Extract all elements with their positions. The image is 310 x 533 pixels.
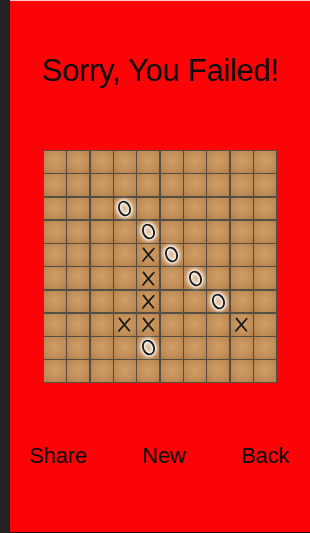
board-cell[interactable] (184, 291, 206, 313)
board-cell[interactable] (137, 174, 159, 196)
o-piece (185, 268, 206, 289)
board-cell[interactable] (137, 360, 159, 382)
board-cell[interactable] (161, 267, 183, 289)
board-cell[interactable] (161, 244, 183, 266)
board-cell[interactable] (231, 267, 253, 289)
board-cell[interactable] (254, 267, 276, 289)
o-piece (138, 221, 159, 242)
board-cell[interactable] (161, 314, 183, 336)
board-cell[interactable] (91, 221, 113, 243)
board-cell[interactable] (44, 174, 66, 196)
board-cell[interactable] (44, 198, 66, 220)
board-cell[interactable] (161, 360, 183, 382)
board-cell[interactable] (207, 151, 229, 173)
board-cell[interactable] (91, 198, 113, 220)
share-button[interactable]: Share (29, 443, 87, 469)
board-cell[interactable] (184, 151, 206, 173)
board-cell[interactable] (184, 174, 206, 196)
board-cell[interactable] (184, 244, 206, 266)
board-cell[interactable] (231, 337, 253, 359)
board-cell[interactable] (114, 198, 136, 220)
board-cell[interactable] (207, 244, 229, 266)
board-cell[interactable] (44, 360, 66, 382)
board-cell[interactable] (91, 174, 113, 196)
board-cell[interactable] (44, 267, 66, 289)
x-piece (138, 314, 159, 335)
new-button[interactable]: New (142, 443, 185, 469)
board-cell[interactable] (114, 291, 136, 313)
board-cell[interactable] (254, 360, 276, 382)
x-piece (231, 314, 252, 335)
board-cell[interactable] (114, 360, 136, 382)
board-cell[interactable] (114, 244, 136, 266)
board-cell[interactable] (184, 198, 206, 220)
o-piece (114, 198, 135, 219)
board-cell[interactable] (67, 198, 89, 220)
board-cell[interactable] (184, 267, 206, 289)
board-cell[interactable] (254, 198, 276, 220)
board-cell[interactable] (231, 314, 253, 336)
board-cell[interactable] (91, 337, 113, 359)
board-cell[interactable] (161, 221, 183, 243)
x-piece (138, 244, 159, 265)
app-screen: Sorry, You Failed! Share New Back (10, 0, 310, 533)
board-cell[interactable] (137, 291, 159, 313)
board-cell[interactable] (137, 314, 159, 336)
board-cell[interactable] (207, 221, 229, 243)
board-cell[interactable] (207, 337, 229, 359)
board-cell[interactable] (137, 151, 159, 173)
board-cell[interactable] (207, 267, 229, 289)
board-cell[interactable] (137, 244, 159, 266)
board-cell[interactable] (67, 151, 89, 173)
result-title: Sorry, You Failed! (10, 53, 310, 89)
board-cell[interactable] (161, 174, 183, 196)
board-cell[interactable] (44, 244, 66, 266)
board-cell[interactable] (254, 244, 276, 266)
board-cell[interactable] (137, 198, 159, 220)
board-cell[interactable] (161, 291, 183, 313)
board-cell[interactable] (67, 360, 89, 382)
board-cell[interactable] (231, 360, 253, 382)
x-piece (138, 291, 159, 312)
board-cell[interactable] (207, 291, 229, 313)
board-cell[interactable] (231, 198, 253, 220)
board-cell[interactable] (67, 314, 89, 336)
board-cell[interactable] (207, 360, 229, 382)
board-cell[interactable] (91, 360, 113, 382)
board-cell[interactable] (44, 151, 66, 173)
o-piece (208, 291, 229, 312)
board-cell[interactable] (184, 337, 206, 359)
board-cell[interactable] (207, 314, 229, 336)
board-cell[interactable] (67, 291, 89, 313)
board-cell[interactable] (67, 221, 89, 243)
x-piece (138, 268, 159, 289)
board-cell[interactable] (231, 151, 253, 173)
board-cell[interactable] (91, 291, 113, 313)
back-button[interactable]: Back (241, 443, 289, 469)
board-cell[interactable] (161, 337, 183, 359)
board-cell[interactable] (67, 174, 89, 196)
board-cell[interactable] (91, 267, 113, 289)
board-cell[interactable] (254, 291, 276, 313)
board-cell[interactable] (231, 221, 253, 243)
board-cell[interactable] (207, 198, 229, 220)
board-cell[interactable] (161, 151, 183, 173)
board-cell[interactable] (137, 221, 159, 243)
board-cell[interactable] (114, 151, 136, 173)
board-cell[interactable] (67, 337, 89, 359)
board-cell[interactable] (231, 291, 253, 313)
board-cell[interactable] (254, 174, 276, 196)
board (43, 150, 277, 383)
board-cell[interactable] (91, 151, 113, 173)
board-cell[interactable] (91, 244, 113, 266)
board-cell[interactable] (137, 267, 159, 289)
o-piece (138, 337, 159, 358)
board-cell[interactable] (184, 360, 206, 382)
board-cell[interactable] (161, 198, 183, 220)
board-cell[interactable] (184, 314, 206, 336)
board-cell[interactable] (44, 221, 66, 243)
board-cell[interactable] (67, 244, 89, 266)
board-cell[interactable] (44, 291, 66, 313)
board-cell[interactable] (114, 174, 136, 196)
board-cell[interactable] (114, 337, 136, 359)
board-cell[interactable] (114, 267, 136, 289)
board-cell[interactable] (231, 244, 253, 266)
board-cell[interactable] (67, 267, 89, 289)
board-cell[interactable] (137, 337, 159, 359)
o-piece (161, 244, 182, 265)
board-cell[interactable] (254, 221, 276, 243)
board-cell[interactable] (231, 174, 253, 196)
x-piece (114, 314, 135, 335)
board-cell[interactable] (254, 314, 276, 336)
board-cell[interactable] (114, 314, 136, 336)
board-cell[interactable] (114, 221, 136, 243)
board-cell[interactable] (44, 337, 66, 359)
board-cell[interactable] (254, 337, 276, 359)
board-cell[interactable] (44, 314, 66, 336)
board-cell[interactable] (207, 174, 229, 196)
board-cell[interactable] (184, 221, 206, 243)
board-cell[interactable] (91, 314, 113, 336)
action-bar: Share New Back (10, 443, 310, 469)
board-cell[interactable] (254, 151, 276, 173)
